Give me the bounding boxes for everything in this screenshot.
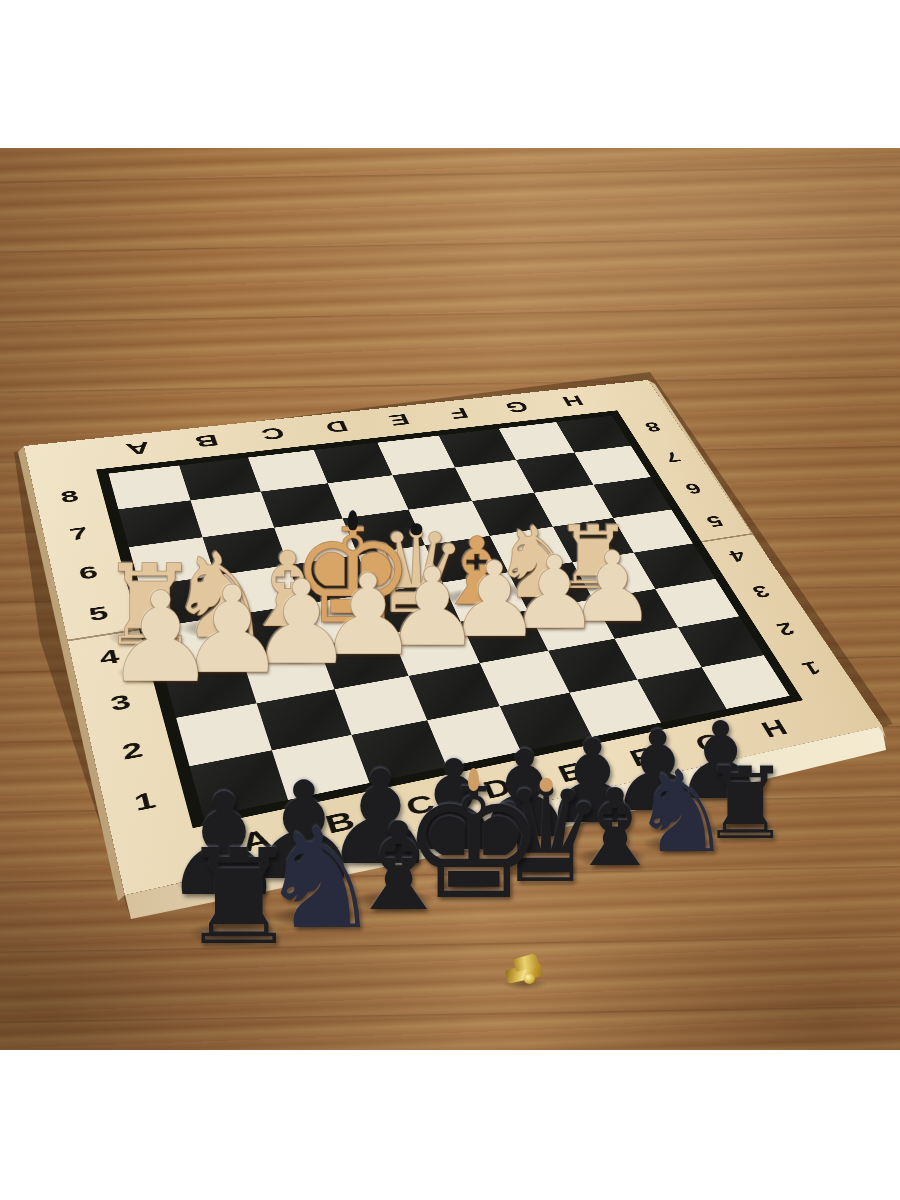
- rank-label-right-4: 4: [725, 546, 750, 565]
- rank-label-right-3: 3: [748, 581, 773, 601]
- black-rook[interactable]: ♜: [180, 831, 298, 963]
- white-king-finial: [348, 511, 358, 530]
- product-photo-page: AABBCCDDEEFFGGHH1122334455667788 ♜♞♝♚♛♝♞…: [0, 0, 900, 1200]
- rank-label-right-8: 8: [642, 419, 664, 435]
- rank-label-left-6: 6: [77, 562, 100, 584]
- file-label-far-b: B: [192, 431, 221, 451]
- rank-label-right-7: 7: [661, 449, 684, 466]
- file-label-far-f: F: [446, 404, 471, 422]
- rank-label-left-1: 1: [132, 787, 159, 816]
- brass-clasp: [500, 954, 552, 994]
- file-label-far-e: E: [386, 411, 413, 430]
- black-king-finial: [468, 768, 479, 791]
- fold-seam-right: [701, 533, 753, 542]
- rank-label-right-6: 6: [682, 480, 705, 497]
- white-pawn[interactable]: ♟: [104, 576, 216, 701]
- file-label-far-h: H: [559, 392, 587, 410]
- photo-area: AABBCCDDEEFFGGHH1122334455667788 ♜♞♝♚♛♝♞…: [0, 148, 900, 1050]
- rank-label-left-2: 2: [120, 737, 146, 765]
- rank-label-left-8: 8: [59, 487, 81, 507]
- file-label-far-a: A: [124, 438, 153, 459]
- file-label-far-c: C: [259, 424, 288, 444]
- file-label-far-d: D: [323, 417, 352, 436]
- rank-label-right-5: 5: [703, 512, 727, 530]
- rank-label-right-2: 2: [773, 618, 799, 639]
- file-label-far-g: G: [502, 398, 532, 416]
- clasp-knob: [524, 974, 535, 984]
- rank-label-left-7: 7: [68, 523, 90, 544]
- rank-label-right-1: 1: [798, 657, 825, 679]
